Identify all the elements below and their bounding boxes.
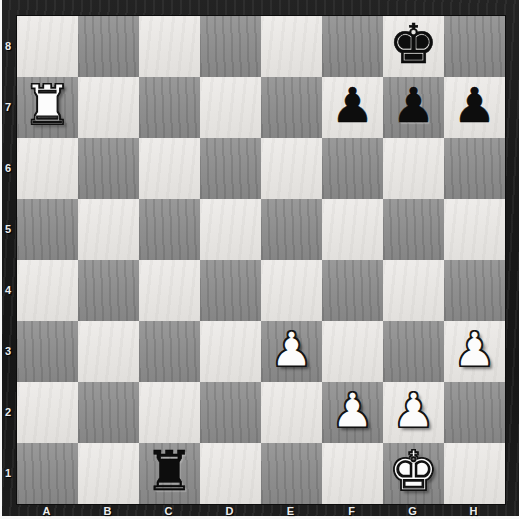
- square-e1[interactable]: [261, 443, 322, 504]
- square-g6[interactable]: [383, 138, 444, 199]
- square-e5[interactable]: [261, 199, 322, 260]
- square-h1[interactable]: [444, 443, 505, 504]
- square-f7[interactable]: ♟: [322, 77, 383, 138]
- square-d8[interactable]: [200, 16, 261, 77]
- square-a6[interactable]: [17, 138, 78, 199]
- square-e8[interactable]: [261, 16, 322, 77]
- piece-black-rook-c1[interactable]: ♜: [145, 441, 194, 502]
- file-label-b: B: [77, 503, 138, 519]
- rank-label-6: 6: [0, 137, 16, 198]
- square-f2[interactable]: ♟: [322, 382, 383, 443]
- piece-black-pawn-g7[interactable]: ♟: [392, 75, 435, 136]
- square-a8[interactable]: [17, 16, 78, 77]
- square-e2[interactable]: [261, 382, 322, 443]
- rank-label-2: 2: [0, 381, 16, 442]
- square-e6[interactable]: [261, 138, 322, 199]
- piece-black-pawn-f7[interactable]: ♟: [331, 75, 374, 136]
- square-a2[interactable]: [17, 382, 78, 443]
- square-b3[interactable]: [78, 321, 139, 382]
- piece-white-pawn-f2[interactable]: ♟: [331, 380, 374, 441]
- square-h4[interactable]: [444, 260, 505, 321]
- square-e3[interactable]: ♟: [261, 321, 322, 382]
- piece-white-pawn-e3[interactable]: ♟: [270, 319, 313, 380]
- square-e4[interactable]: [261, 260, 322, 321]
- square-h6[interactable]: [444, 138, 505, 199]
- square-c2[interactable]: [139, 382, 200, 443]
- square-g3[interactable]: [383, 321, 444, 382]
- rank-label-1: 1: [0, 442, 16, 503]
- square-c8[interactable]: [139, 16, 200, 77]
- file-label-h: H: [443, 503, 504, 519]
- rank-label-5: 5: [0, 198, 16, 259]
- piece-white-pawn-h3[interactable]: ♟: [453, 319, 496, 380]
- square-g4[interactable]: [383, 260, 444, 321]
- square-c4[interactable]: [139, 260, 200, 321]
- square-a7[interactable]: ♜: [17, 77, 78, 138]
- piece-white-pawn-g2[interactable]: ♟: [392, 380, 435, 441]
- square-g8[interactable]: ♚: [383, 16, 444, 77]
- piece-white-king-g1[interactable]: ♚: [389, 441, 438, 502]
- square-h8[interactable]: [444, 16, 505, 77]
- square-d2[interactable]: [200, 382, 261, 443]
- piece-black-king-g8[interactable]: ♚: [389, 14, 438, 75]
- square-h2[interactable]: [444, 382, 505, 443]
- piece-white-rook-a7[interactable]: ♜: [23, 75, 72, 136]
- file-label-e: E: [260, 503, 321, 519]
- square-b6[interactable]: [78, 138, 139, 199]
- square-a5[interactable]: [17, 199, 78, 260]
- square-d6[interactable]: [200, 138, 261, 199]
- square-f1[interactable]: [322, 443, 383, 504]
- rank-label-8: 8: [0, 15, 16, 76]
- square-g2[interactable]: ♟: [383, 382, 444, 443]
- square-c5[interactable]: [139, 199, 200, 260]
- square-f8[interactable]: [322, 16, 383, 77]
- square-d4[interactable]: [200, 260, 261, 321]
- square-b4[interactable]: [78, 260, 139, 321]
- square-h7[interactable]: ♟: [444, 77, 505, 138]
- square-b7[interactable]: [78, 77, 139, 138]
- square-h5[interactable]: [444, 199, 505, 260]
- square-a4[interactable]: [17, 260, 78, 321]
- chessboard: ♚♜♟♟♟♟♟♟♟♜♚: [16, 15, 506, 505]
- square-f4[interactable]: [322, 260, 383, 321]
- piece-black-pawn-h7[interactable]: ♟: [453, 75, 496, 136]
- square-f3[interactable]: [322, 321, 383, 382]
- square-d7[interactable]: [200, 77, 261, 138]
- square-b2[interactable]: [78, 382, 139, 443]
- chess-diagram: ♚♜♟♟♟♟♟♟♟♜♚ 87654321 ABCDEFGH: [0, 0, 519, 519]
- square-c7[interactable]: [139, 77, 200, 138]
- square-c3[interactable]: [139, 321, 200, 382]
- file-label-f: F: [321, 503, 382, 519]
- square-b5[interactable]: [78, 199, 139, 260]
- square-e7[interactable]: [261, 77, 322, 138]
- square-g1[interactable]: ♚: [383, 443, 444, 504]
- square-a3[interactable]: [17, 321, 78, 382]
- file-label-d: D: [199, 503, 260, 519]
- square-b1[interactable]: [78, 443, 139, 504]
- square-b8[interactable]: [78, 16, 139, 77]
- square-d3[interactable]: [200, 321, 261, 382]
- square-h3[interactable]: ♟: [444, 321, 505, 382]
- rank-label-4: 4: [0, 259, 16, 320]
- square-c1[interactable]: ♜: [139, 443, 200, 504]
- square-g5[interactable]: [383, 199, 444, 260]
- square-d1[interactable]: [200, 443, 261, 504]
- square-a1[interactable]: [17, 443, 78, 504]
- rank-label-7: 7: [0, 76, 16, 137]
- square-d5[interactable]: [200, 199, 261, 260]
- file-label-a: A: [16, 503, 77, 519]
- square-f5[interactable]: [322, 199, 383, 260]
- square-g7[interactable]: ♟: [383, 77, 444, 138]
- file-label-c: C: [138, 503, 199, 519]
- square-f6[interactable]: [322, 138, 383, 199]
- rank-label-3: 3: [0, 320, 16, 381]
- file-label-g: G: [382, 503, 443, 519]
- square-c6[interactable]: [139, 138, 200, 199]
